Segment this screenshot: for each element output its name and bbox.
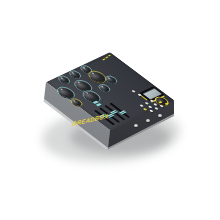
button-1[interactable] (131, 90, 136, 93)
knob-r1c1[interactable] (55, 75, 71, 85)
cyan-trim-block (96, 103, 102, 106)
button-6[interactable] (142, 108, 147, 111)
knob-cap (105, 76, 117, 84)
knob-cap (68, 71, 80, 79)
knob-r1c2[interactable] (67, 69, 83, 79)
front-panel-button[interactable] (146, 119, 150, 122)
top-branding-mark (105, 56, 108, 58)
knob-cap (81, 90, 102, 103)
button-8[interactable] (153, 103, 158, 106)
front-panel-button[interactable] (134, 124, 138, 127)
button-7[interactable] (147, 105, 152, 108)
knob-r3c3[interactable] (96, 83, 112, 93)
product-photo-scene: DREADBOX (0, 0, 220, 220)
knob-cap (98, 84, 110, 92)
front-panel-button[interactable] (158, 114, 162, 117)
button-3[interactable] (139, 104, 144, 107)
knob-r3c4[interactable] (103, 75, 119, 85)
top-branding-mark (108, 55, 111, 57)
knob-cap (57, 76, 69, 84)
top-branding-mark (102, 58, 105, 60)
button-4[interactable] (144, 102, 149, 105)
